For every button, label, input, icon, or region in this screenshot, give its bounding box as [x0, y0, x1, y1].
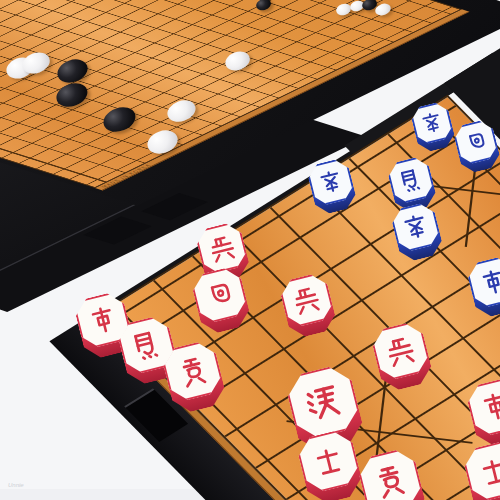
scene: MADE IN KOREA Unnie: [0, 0, 500, 500]
photo-watermark: Unnie: [8, 482, 24, 488]
